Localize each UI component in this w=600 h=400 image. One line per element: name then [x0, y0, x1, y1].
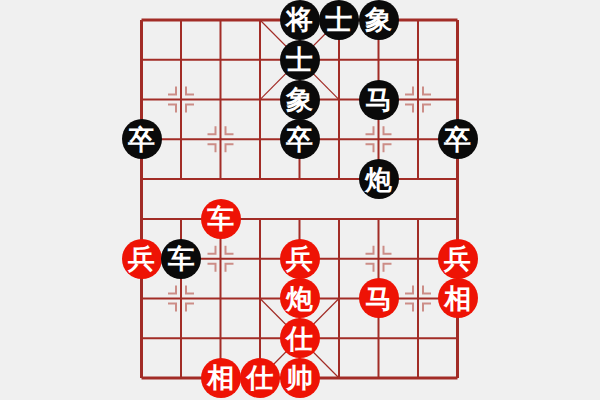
- point-c1-r3[interactable]: [161, 119, 201, 159]
- point-c7-r5[interactable]: [398, 199, 438, 239]
- piece-label: 炮: [286, 285, 313, 312]
- piece-black-cannon[interactable]: 炮: [359, 159, 399, 199]
- piece-red-advisor[interactable]: 仕: [280, 318, 320, 358]
- piece-label: 车: [168, 245, 195, 272]
- point-c3-r8[interactable]: [240, 318, 280, 358]
- point-c1-r8[interactable]: [161, 318, 201, 358]
- piece-label: 相: [444, 285, 471, 312]
- piece-label: 象: [365, 6, 392, 33]
- point-c7-r2[interactable]: [398, 80, 438, 120]
- point-c7-r4[interactable]: [398, 159, 438, 199]
- piece-black-elephant[interactable]: 象: [359, 0, 399, 40]
- point-c3-r6[interactable]: [240, 239, 280, 279]
- board-points: 将士象士象马卒卒卒炮车兵车兵兵炮马相仕相仕帅: [122, 0, 478, 398]
- point-c0-r0[interactable]: [122, 0, 162, 40]
- point-c7-r3[interactable]: [398, 119, 438, 159]
- point-c4-r7[interactable]: 炮: [280, 278, 320, 318]
- point-c3-r5[interactable]: [240, 199, 280, 239]
- piece-red-soldier[interactable]: 兵: [438, 239, 478, 279]
- piece-label: 马: [365, 86, 392, 113]
- point-c0-r3[interactable]: 卒: [122, 119, 162, 159]
- point-c8-r7[interactable]: 相: [438, 278, 478, 318]
- point-c0-r4[interactable]: [122, 159, 162, 199]
- point-c0-r7[interactable]: [122, 278, 162, 318]
- piece-red-soldier[interactable]: 兵: [280, 239, 320, 279]
- point-c2-r2[interactable]: [201, 80, 241, 120]
- point-c1-r7[interactable]: [161, 278, 201, 318]
- point-c7-r1[interactable]: [398, 40, 438, 80]
- point-c7-r6[interactable]: [398, 239, 438, 279]
- point-c2-r6[interactable]: [201, 239, 241, 279]
- point-c1-r4[interactable]: [161, 159, 201, 199]
- point-c4-r9[interactable]: 帅: [280, 358, 320, 398]
- piece-label: 马: [365, 285, 392, 312]
- piece-black-soldier[interactable]: 卒: [438, 119, 478, 159]
- point-c6-r6[interactable]: [359, 239, 399, 279]
- point-c5-r3[interactable]: [319, 119, 359, 159]
- point-c1-r1[interactable]: [161, 40, 201, 80]
- point-c4-r4[interactable]: [280, 159, 320, 199]
- piece-black-elephant[interactable]: 象: [280, 80, 320, 120]
- point-c5-r0[interactable]: 士: [319, 0, 359, 40]
- point-c8-r2[interactable]: [438, 80, 478, 120]
- point-c3-r9[interactable]: 仕: [240, 358, 280, 398]
- point-c6-r1[interactable]: [359, 40, 399, 80]
- xiangqi-board: 将士象士象马卒卒卒炮车兵车兵兵炮马相仕相仕帅: [0, 0, 600, 400]
- point-c5-r9[interactable]: [319, 358, 359, 398]
- point-c8-r0[interactable]: [438, 0, 478, 40]
- point-c6-r0[interactable]: 象: [359, 0, 399, 40]
- piece-label: 兵: [444, 245, 471, 272]
- point-c3-r2[interactable]: [240, 80, 280, 120]
- piece-label: 卒: [128, 126, 155, 153]
- piece-label: 帅: [286, 364, 313, 391]
- point-c3-r3[interactable]: [240, 119, 280, 159]
- piece-black-chariot[interactable]: 车: [161, 239, 201, 279]
- point-c2-r3[interactable]: [201, 119, 241, 159]
- point-c2-r0[interactable]: [201, 0, 241, 40]
- piece-label: 兵: [286, 245, 313, 272]
- piece-black-soldier[interactable]: 卒: [280, 119, 320, 159]
- piece-red-general[interactable]: 帅: [280, 358, 320, 398]
- point-c1-r0[interactable]: [161, 0, 201, 40]
- piece-label: 炮: [365, 166, 392, 193]
- point-c5-r1[interactable]: [319, 40, 359, 80]
- piece-red-advisor[interactable]: 仕: [240, 358, 280, 398]
- point-c4-r0[interactable]: 将: [280, 0, 320, 40]
- point-c2-r9[interactable]: 相: [201, 358, 241, 398]
- point-c0-r2[interactable]: [122, 80, 162, 120]
- piece-label: 相: [207, 364, 234, 391]
- point-c5-r2[interactable]: [319, 80, 359, 120]
- piece-black-advisor[interactable]: 士: [280, 40, 320, 80]
- point-c8-r3[interactable]: 卒: [438, 119, 478, 159]
- point-c5-r5[interactable]: [319, 199, 359, 239]
- piece-black-soldier[interactable]: 卒: [122, 119, 162, 159]
- piece-label: 仕: [247, 364, 274, 391]
- point-c4-r3[interactable]: 卒: [280, 119, 320, 159]
- point-c8-r8[interactable]: [438, 318, 478, 358]
- piece-red-soldier[interactable]: 兵: [122, 239, 162, 279]
- point-c1-r9[interactable]: [161, 358, 201, 398]
- piece-label: 卒: [286, 126, 313, 153]
- point-c0-r5[interactable]: [122, 199, 162, 239]
- point-c0-r9[interactable]: [122, 358, 162, 398]
- piece-label: 象: [286, 86, 313, 113]
- point-c8-r4[interactable]: [438, 159, 478, 199]
- point-c2-r8[interactable]: [201, 318, 241, 358]
- piece-red-cannon[interactable]: 炮: [280, 278, 320, 318]
- piece-label: 卒: [444, 126, 471, 153]
- point-c6-r9[interactable]: [359, 358, 399, 398]
- piece-black-horse[interactable]: 马: [359, 80, 399, 120]
- point-c6-r2[interactable]: 马: [359, 80, 399, 120]
- piece-label: 仕: [286, 325, 313, 352]
- point-c3-r7[interactable]: [240, 278, 280, 318]
- point-c5-r8[interactable]: [319, 318, 359, 358]
- piece-label: 士: [286, 46, 313, 73]
- point-c0-r6[interactable]: 兵: [122, 239, 162, 279]
- point-c6-r8[interactable]: [359, 318, 399, 358]
- point-c2-r4[interactable]: [201, 159, 241, 199]
- point-c4-r1[interactable]: 士: [280, 40, 320, 80]
- point-c2-r5[interactable]: 车: [201, 199, 241, 239]
- point-c5-r4[interactable]: [319, 159, 359, 199]
- point-c2-r1[interactable]: [201, 40, 241, 80]
- point-c7-r9[interactable]: [398, 358, 438, 398]
- piece-red-elephant[interactable]: 相: [201, 358, 241, 398]
- point-c5-r6[interactable]: [319, 239, 359, 279]
- point-c8-r5[interactable]: [438, 199, 478, 239]
- point-c6-r5[interactable]: [359, 199, 399, 239]
- point-c4-r6[interactable]: 兵: [280, 239, 320, 279]
- point-c6-r7[interactable]: 马: [359, 278, 399, 318]
- piece-red-horse[interactable]: 马: [359, 278, 399, 318]
- point-c4-r2[interactable]: 象: [280, 80, 320, 120]
- point-c3-r0[interactable]: [240, 0, 280, 40]
- piece-label: 车: [207, 205, 234, 232]
- piece-label: 士: [326, 6, 353, 33]
- point-c7-r7[interactable]: [398, 278, 438, 318]
- point-c0-r8[interactable]: [122, 318, 162, 358]
- piece-label: 将: [286, 6, 313, 33]
- point-c3-r4[interactable]: [240, 159, 280, 199]
- point-c1-r6[interactable]: 车: [161, 239, 201, 279]
- point-c6-r3[interactable]: [359, 119, 399, 159]
- point-c1-r5[interactable]: [161, 199, 201, 239]
- point-c7-r0[interactable]: [398, 0, 438, 40]
- point-c8-r1[interactable]: [438, 40, 478, 80]
- piece-black-advisor[interactable]: 士: [319, 0, 359, 40]
- point-c1-r2[interactable]: [161, 80, 201, 120]
- point-c6-r4[interactable]: 炮: [359, 159, 399, 199]
- point-c5-r7[interactable]: [319, 278, 359, 318]
- piece-red-elephant[interactable]: 相: [438, 278, 478, 318]
- point-c7-r8[interactable]: [398, 318, 438, 358]
- point-c0-r1[interactable]: [122, 40, 162, 80]
- point-c2-r7[interactable]: [201, 278, 241, 318]
- point-c8-r6[interactable]: 兵: [438, 239, 478, 279]
- point-c3-r1[interactable]: [240, 40, 280, 80]
- piece-red-chariot[interactable]: 车: [201, 199, 241, 239]
- piece-label: 兵: [128, 245, 155, 272]
- point-c8-r9[interactable]: [438, 358, 478, 398]
- point-c4-r5[interactable]: [280, 199, 320, 239]
- piece-black-general[interactable]: 将: [280, 0, 320, 40]
- point-c4-r8[interactable]: 仕: [280, 318, 320, 358]
